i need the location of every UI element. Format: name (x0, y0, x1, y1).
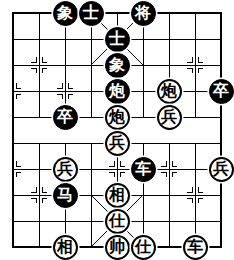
piece-red-soldier[interactable]: 兵 (157, 105, 182, 130)
piece-red-soldier[interactable]: 兵 (53, 157, 78, 182)
piece-red-soldier[interactable]: 兵 (209, 157, 234, 182)
xiangqi-board: 象士将士象炮炮卒卒炮兵兵兵车兵马相仕相帅仕车 (0, 0, 234, 260)
piece-black-elephant[interactable]: 象 (53, 1, 78, 26)
piece-black-general[interactable]: 将 (131, 1, 156, 26)
piece-black-horse[interactable]: 马 (53, 183, 78, 208)
piece-black-advisor[interactable]: 士 (79, 1, 104, 26)
piece-red-advisor[interactable]: 仕 (105, 209, 130, 234)
piece-black-advisor[interactable]: 士 (105, 27, 130, 52)
piece-black-cannon[interactable]: 炮 (105, 79, 130, 104)
pieces-layer: 象士将士象炮炮卒卒炮兵兵兵车兵马相仕相帅仕车 (0, 0, 234, 260)
piece-red-advisor[interactable]: 仕 (131, 235, 156, 260)
piece-red-cannon[interactable]: 炮 (157, 79, 182, 104)
piece-black-chariot[interactable]: 车 (131, 157, 156, 182)
piece-red-cannon[interactable]: 炮 (105, 105, 130, 130)
piece-red-chariot[interactable]: 车 (183, 235, 208, 260)
piece-red-elephant[interactable]: 相 (53, 235, 78, 260)
piece-red-elephant[interactable]: 相 (105, 183, 130, 208)
piece-black-soldier[interactable]: 卒 (209, 79, 234, 104)
piece-red-general[interactable]: 帅 (105, 235, 130, 260)
piece-black-elephant[interactable]: 象 (105, 53, 130, 78)
piece-red-soldier[interactable]: 兵 (105, 131, 130, 156)
piece-black-soldier[interactable]: 卒 (53, 105, 78, 130)
